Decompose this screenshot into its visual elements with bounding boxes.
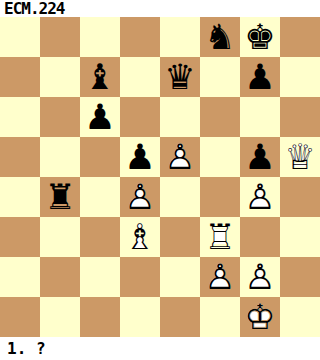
square-b8[interactable] (40, 17, 80, 57)
square-h8[interactable] (280, 17, 320, 57)
square-c2[interactable] (80, 257, 120, 297)
square-e2[interactable] (160, 257, 200, 297)
square-f5[interactable] (200, 137, 240, 177)
black-queen-piece: ♛ (160, 57, 200, 97)
square-g6[interactable] (240, 97, 280, 137)
square-a3[interactable] (0, 217, 40, 257)
square-a6[interactable] (0, 97, 40, 137)
chess-board: ♞♚♝♛♟♟♟♟♙♟♛♕♜♟♙♟♙♝♗♜♖♟♙♟♙♚♔ (0, 17, 320, 337)
square-b1[interactable] (40, 297, 80, 337)
square-f8[interactable]: ♞ (200, 17, 240, 57)
square-g4[interactable]: ♟♙ (240, 177, 280, 217)
puzzle-title: ECM.224 (0, 0, 64, 17)
square-b2[interactable] (40, 257, 80, 297)
black-pawn-piece: ♟ (120, 137, 160, 177)
square-d4[interactable]: ♟♙ (120, 177, 160, 217)
white-pawn-piece: ♟♙ (240, 257, 280, 297)
black-pawn-piece: ♟ (240, 137, 280, 177)
square-f1[interactable] (200, 297, 240, 337)
black-pawn-piece: ♟ (240, 57, 280, 97)
square-f4[interactable] (200, 177, 240, 217)
square-h2[interactable] (280, 257, 320, 297)
white-pawn-piece: ♟♙ (120, 177, 160, 217)
square-h4[interactable] (280, 177, 320, 217)
square-f3[interactable]: ♜♖ (200, 217, 240, 257)
square-g7[interactable]: ♟ (240, 57, 280, 97)
black-bishop-piece: ♝ (80, 57, 120, 97)
white-king-piece: ♚♔ (240, 297, 280, 337)
square-d8[interactable] (120, 17, 160, 57)
square-b4[interactable]: ♜ (40, 177, 80, 217)
square-a4[interactable] (0, 177, 40, 217)
square-h5[interactable]: ♛♕ (280, 137, 320, 177)
white-bishop-piece: ♝♗ (120, 217, 160, 257)
square-c8[interactable] (80, 17, 120, 57)
square-e1[interactable] (160, 297, 200, 337)
square-g8[interactable]: ♚ (240, 17, 280, 57)
square-a5[interactable] (0, 137, 40, 177)
square-d2[interactable] (120, 257, 160, 297)
square-b5[interactable] (40, 137, 80, 177)
diagram-footer: 1. ? (0, 337, 320, 360)
square-g3[interactable] (240, 217, 280, 257)
square-e3[interactable] (160, 217, 200, 257)
square-h7[interactable] (280, 57, 320, 97)
diagram-header: ECM.224 (0, 0, 320, 17)
square-e4[interactable] (160, 177, 200, 217)
square-e7[interactable]: ♛ (160, 57, 200, 97)
square-h3[interactable] (280, 217, 320, 257)
square-a8[interactable] (0, 17, 40, 57)
square-c1[interactable] (80, 297, 120, 337)
white-rook-piece: ♜♖ (200, 217, 240, 257)
square-b7[interactable] (40, 57, 80, 97)
square-a1[interactable] (0, 297, 40, 337)
move-prompt: 1. ? (0, 337, 46, 360)
square-a7[interactable] (0, 57, 40, 97)
square-d3[interactable]: ♝♗ (120, 217, 160, 257)
square-c4[interactable] (80, 177, 120, 217)
square-c5[interactable] (80, 137, 120, 177)
square-d7[interactable] (120, 57, 160, 97)
square-c3[interactable] (80, 217, 120, 257)
square-g1[interactable]: ♚♔ (240, 297, 280, 337)
square-f2[interactable]: ♟♙ (200, 257, 240, 297)
square-e6[interactable] (160, 97, 200, 137)
white-pawn-piece: ♟♙ (160, 137, 200, 177)
white-pawn-piece: ♟♙ (200, 257, 240, 297)
square-h6[interactable] (280, 97, 320, 137)
square-e8[interactable] (160, 17, 200, 57)
square-f6[interactable] (200, 97, 240, 137)
black-pawn-piece: ♟ (80, 97, 120, 137)
square-g2[interactable]: ♟♙ (240, 257, 280, 297)
square-e5[interactable]: ♟♙ (160, 137, 200, 177)
square-a2[interactable] (0, 257, 40, 297)
square-c6[interactable]: ♟ (80, 97, 120, 137)
square-g5[interactable]: ♟ (240, 137, 280, 177)
square-f7[interactable] (200, 57, 240, 97)
square-h1[interactable] (280, 297, 320, 337)
black-king-piece: ♚ (240, 17, 280, 57)
black-knight-piece: ♞ (200, 17, 240, 57)
square-d1[interactable] (120, 297, 160, 337)
square-d6[interactable] (120, 97, 160, 137)
square-d5[interactable]: ♟ (120, 137, 160, 177)
square-b3[interactable] (40, 217, 80, 257)
white-pawn-piece: ♟♙ (240, 177, 280, 217)
white-queen-piece: ♛♕ (280, 137, 320, 177)
black-rook-piece: ♜ (40, 177, 80, 217)
square-c7[interactable]: ♝ (80, 57, 120, 97)
square-b6[interactable] (40, 97, 80, 137)
